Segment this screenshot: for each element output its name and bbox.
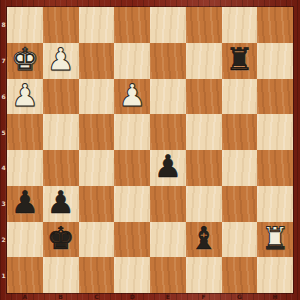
square-a3[interactable]: ♟ (7, 186, 43, 222)
square-a8[interactable] (7, 7, 43, 43)
black-rook-g7[interactable]: ♜ (225, 44, 253, 75)
square-c1[interactable] (79, 257, 115, 293)
square-c6[interactable] (79, 79, 115, 115)
square-a4[interactable] (7, 150, 43, 186)
square-f3[interactable] (186, 186, 222, 222)
black-bishop-f2[interactable]: ♝ (190, 223, 218, 254)
square-d6[interactable]: ♟ (114, 79, 150, 115)
rank-label-2: 2 (0, 222, 7, 258)
file-label-c: C (79, 293, 115, 300)
square-e1[interactable] (150, 257, 186, 293)
square-b7[interactable]: ♟ (43, 43, 79, 79)
rank-label-7: 7 (0, 43, 7, 79)
square-h5[interactable] (257, 114, 293, 150)
rank-label-6: 6 (0, 79, 7, 115)
square-b4[interactable] (43, 150, 79, 186)
white-rook-h2[interactable]: ♜ (261, 223, 289, 254)
square-h4[interactable] (257, 150, 293, 186)
square-g7[interactable]: ♜ (222, 43, 258, 79)
square-b6[interactable] (43, 79, 79, 115)
file-label-g: G (222, 293, 258, 300)
white-pawn-a6[interactable]: ♟ (11, 80, 39, 111)
file-label-f: F (186, 293, 222, 300)
square-f5[interactable] (186, 114, 222, 150)
square-h6[interactable] (257, 79, 293, 115)
square-f1[interactable] (186, 257, 222, 293)
square-a5[interactable] (7, 114, 43, 150)
square-h7[interactable] (257, 43, 293, 79)
black-pawn-a3[interactable]: ♟ (11, 187, 39, 218)
square-g6[interactable] (222, 79, 258, 115)
square-d1[interactable] (114, 257, 150, 293)
square-c4[interactable] (79, 150, 115, 186)
file-label-h: H (257, 293, 293, 300)
square-a6[interactable]: ♟ (7, 79, 43, 115)
square-d8[interactable] (114, 7, 150, 43)
square-c2[interactable] (79, 222, 115, 258)
square-b2[interactable]: ♚ (43, 222, 79, 258)
square-d5[interactable] (114, 114, 150, 150)
square-h3[interactable] (257, 186, 293, 222)
square-g3[interactable] (222, 186, 258, 222)
black-king-b2[interactable]: ♚ (47, 223, 75, 254)
square-g4[interactable] (222, 150, 258, 186)
square-b1[interactable] (43, 257, 79, 293)
square-f8[interactable] (186, 7, 222, 43)
square-d2[interactable] (114, 222, 150, 258)
square-f7[interactable] (186, 43, 222, 79)
white-pawn-d6[interactable]: ♟ (118, 80, 146, 111)
square-c7[interactable] (79, 43, 115, 79)
square-d3[interactable] (114, 186, 150, 222)
square-e2[interactable] (150, 222, 186, 258)
square-c3[interactable] (79, 186, 115, 222)
square-e7[interactable] (150, 43, 186, 79)
rank-label-4: 4 (0, 150, 7, 186)
square-g5[interactable] (222, 114, 258, 150)
rank-label-1: 1 (0, 257, 7, 293)
square-e4[interactable]: ♟ (150, 150, 186, 186)
square-f4[interactable] (186, 150, 222, 186)
square-h2[interactable]: ♜ (257, 222, 293, 258)
board-grid: ♚♟♜♟♟♟♟♟♚♝♜ (7, 7, 293, 293)
rank-label-8: 8 (0, 7, 7, 43)
square-g2[interactable] (222, 222, 258, 258)
square-h8[interactable] (257, 7, 293, 43)
square-e8[interactable] (150, 7, 186, 43)
square-a1[interactable] (7, 257, 43, 293)
square-e5[interactable] (150, 114, 186, 150)
square-c5[interactable] (79, 114, 115, 150)
square-d7[interactable] (114, 43, 150, 79)
black-pawn-b3[interactable]: ♟ (47, 187, 75, 218)
square-a7[interactable]: ♚ (7, 43, 43, 79)
square-h1[interactable] (257, 257, 293, 293)
white-pawn-b7[interactable]: ♟ (47, 44, 75, 75)
file-label-e: E (150, 293, 186, 300)
file-label-d: D (114, 293, 150, 300)
square-b8[interactable] (43, 7, 79, 43)
rank-label-3: 3 (0, 186, 7, 222)
black-pawn-e4[interactable]: ♟ (154, 151, 182, 182)
square-f6[interactable] (186, 79, 222, 115)
square-b5[interactable] (43, 114, 79, 150)
white-king-a7[interactable]: ♚ (11, 44, 39, 75)
square-e3[interactable] (150, 186, 186, 222)
rank-label-5: 5 (0, 114, 7, 150)
square-d4[interactable] (114, 150, 150, 186)
square-a2[interactable] (7, 222, 43, 258)
file-label-b: B (43, 293, 79, 300)
square-g1[interactable] (222, 257, 258, 293)
square-c8[interactable] (79, 7, 115, 43)
file-label-a: A (7, 293, 43, 300)
chess-board: ♚♟♜♟♟♟♟♟♚♝♜ 87654321ABCDEFGH (0, 0, 300, 300)
square-b3[interactable]: ♟ (43, 186, 79, 222)
square-e6[interactable] (150, 79, 186, 115)
square-f2[interactable]: ♝ (186, 222, 222, 258)
square-g8[interactable] (222, 7, 258, 43)
